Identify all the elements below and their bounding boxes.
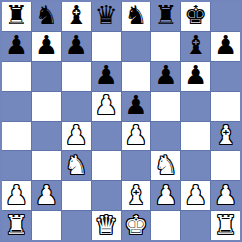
square-d1[interactable]: ♛ <box>92 211 121 240</box>
square-b6[interactable] <box>32 62 61 91</box>
square-h8[interactable] <box>211 2 240 31</box>
white-pawn[interactable]: ♟ <box>154 182 177 208</box>
square-h7[interactable]: ♟ <box>211 32 240 61</box>
black-bishop[interactable]: ♝ <box>184 32 207 58</box>
square-c7[interactable]: ♟ <box>62 32 91 61</box>
square-h3[interactable] <box>211 151 240 180</box>
square-d6[interactable]: ♟ <box>92 62 121 91</box>
white-pawn[interactable]: ♟ <box>65 122 88 148</box>
white-pawn[interactable]: ♟ <box>184 182 207 208</box>
square-g6[interactable]: ♟ <box>181 62 210 91</box>
square-f3[interactable]: ♞ <box>151 151 180 180</box>
square-e7[interactable] <box>122 32 151 61</box>
black-pawn[interactable]: ♟ <box>214 32 237 58</box>
white-pawn[interactable]: ♟ <box>5 182 28 208</box>
black-pawn[interactable]: ♟ <box>94 62 117 88</box>
square-a1[interactable]: ♜ <box>2 211 31 240</box>
white-pawn[interactable]: ♟ <box>214 182 237 208</box>
square-e1[interactable]: ♚ <box>122 211 151 240</box>
square-a7[interactable]: ♟ <box>2 32 31 61</box>
square-a6[interactable] <box>2 62 31 91</box>
square-g3[interactable] <box>181 151 210 180</box>
square-g2[interactable]: ♟ <box>181 181 210 210</box>
white-pawn[interactable]: ♟ <box>35 182 58 208</box>
black-pawn[interactable]: ♟ <box>35 32 58 58</box>
square-c6[interactable] <box>62 62 91 91</box>
square-g5[interactable] <box>181 92 210 121</box>
square-a3[interactable] <box>2 151 31 180</box>
square-d7[interactable] <box>92 32 121 61</box>
black-pawn[interactable]: ♟ <box>5 32 28 58</box>
white-king[interactable]: ♚ <box>124 212 147 238</box>
square-h2[interactable]: ♟ <box>211 181 240 210</box>
square-f4[interactable] <box>151 122 180 151</box>
square-c3[interactable]: ♞ <box>62 151 91 180</box>
square-b5[interactable] <box>32 92 61 121</box>
black-pawn[interactable]: ♟ <box>154 62 177 88</box>
square-e5[interactable]: ♟ <box>122 92 151 121</box>
square-e2[interactable]: ♝ <box>122 181 151 210</box>
square-h1[interactable]: ♜ <box>211 211 240 240</box>
white-queen[interactable]: ♛ <box>94 212 117 238</box>
square-f5[interactable] <box>151 92 180 121</box>
white-bishop[interactable]: ♝ <box>124 182 147 208</box>
square-c8[interactable]: ♝ <box>62 2 91 31</box>
black-king[interactable]: ♚ <box>184 2 207 28</box>
white-knight[interactable]: ♞ <box>154 152 177 178</box>
square-d4[interactable] <box>92 122 121 151</box>
square-a8[interactable]: ♜ <box>2 2 31 31</box>
white-rook[interactable]: ♜ <box>5 212 28 238</box>
black-pawn[interactable]: ♟ <box>124 92 147 118</box>
square-b7[interactable]: ♟ <box>32 32 61 61</box>
black-pawn[interactable]: ♟ <box>184 62 207 88</box>
white-knight[interactable]: ♞ <box>65 152 88 178</box>
square-c2[interactable] <box>62 181 91 210</box>
chess-board-frame: ♜♞♝♛♞♜♚♟♟♟♝♟♟♟♟♟♟♟♟♝♞♞♟♟♝♟♟♟♜♛♚♜ <box>0 0 242 242</box>
square-g4[interactable] <box>181 122 210 151</box>
black-bishop[interactable]: ♝ <box>65 2 88 28</box>
square-d2[interactable] <box>92 181 121 210</box>
white-bishop[interactable]: ♝ <box>214 122 237 148</box>
square-e8[interactable]: ♞ <box>122 2 151 31</box>
square-b3[interactable] <box>32 151 61 180</box>
square-f2[interactable]: ♟ <box>151 181 180 210</box>
square-h5[interactable] <box>211 92 240 121</box>
white-pawn[interactable]: ♟ <box>124 122 147 148</box>
square-h6[interactable] <box>211 62 240 91</box>
square-a2[interactable]: ♟ <box>2 181 31 210</box>
black-rook[interactable]: ♜ <box>5 2 28 28</box>
square-d8[interactable]: ♛ <box>92 2 121 31</box>
square-g1[interactable] <box>181 211 210 240</box>
square-b8[interactable]: ♞ <box>32 2 61 31</box>
square-f7[interactable] <box>151 32 180 61</box>
chess-board: ♜♞♝♛♞♜♚♟♟♟♝♟♟♟♟♟♟♟♟♝♞♞♟♟♝♟♟♟♜♛♚♜ <box>2 2 240 240</box>
square-e4[interactable]: ♟ <box>122 122 151 151</box>
black-pawn[interactable]: ♟ <box>65 32 88 58</box>
square-b2[interactable]: ♟ <box>32 181 61 210</box>
square-c1[interactable] <box>62 211 91 240</box>
square-d5[interactable]: ♟ <box>92 92 121 121</box>
square-d3[interactable] <box>92 151 121 180</box>
square-c4[interactable]: ♟ <box>62 122 91 151</box>
square-a4[interactable] <box>2 122 31 151</box>
square-c5[interactable] <box>62 92 91 121</box>
square-g8[interactable]: ♚ <box>181 2 210 31</box>
square-e3[interactable] <box>122 151 151 180</box>
white-rook[interactable]: ♜ <box>214 212 237 238</box>
square-f6[interactable]: ♟ <box>151 62 180 91</box>
square-a5[interactable] <box>2 92 31 121</box>
white-pawn[interactable]: ♟ <box>94 92 117 118</box>
black-knight[interactable]: ♞ <box>124 2 147 28</box>
square-b1[interactable] <box>32 211 61 240</box>
black-queen[interactable]: ♛ <box>94 2 117 28</box>
square-f1[interactable] <box>151 211 180 240</box>
square-b4[interactable] <box>32 122 61 151</box>
square-g7[interactable]: ♝ <box>181 32 210 61</box>
square-f8[interactable]: ♜ <box>151 2 180 31</box>
black-knight[interactable]: ♞ <box>35 2 58 28</box>
black-rook[interactable]: ♜ <box>154 2 177 28</box>
square-h4[interactable]: ♝ <box>211 122 240 151</box>
square-e6[interactable] <box>122 62 151 91</box>
